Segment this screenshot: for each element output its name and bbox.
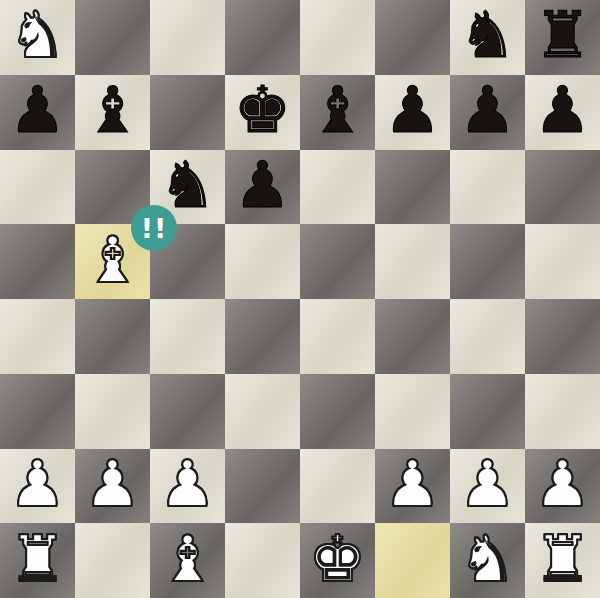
square-e3[interactable] [300, 374, 375, 449]
piece-black-knight[interactable]: ♞ [459, 3, 516, 67]
square-a7[interactable]: ♟ [0, 75, 75, 150]
square-c4[interactable] [150, 299, 225, 374]
square-g5[interactable] [450, 224, 525, 299]
square-f7[interactable]: ♟ [375, 75, 450, 150]
piece-white-king[interactable]: ♚ [309, 527, 366, 591]
square-f2[interactable]: ♟ [375, 449, 450, 524]
square-h3[interactable] [525, 374, 600, 449]
square-f6[interactable] [375, 150, 450, 225]
piece-black-pawn[interactable]: ♟ [459, 78, 516, 142]
square-f1[interactable] [375, 523, 450, 598]
piece-white-pawn[interactable]: ♟ [384, 452, 441, 516]
square-f5[interactable] [375, 224, 450, 299]
square-d6[interactable]: ♟ [225, 150, 300, 225]
square-h2[interactable]: ♟ [525, 449, 600, 524]
piece-white-pawn[interactable]: ♟ [159, 452, 216, 516]
piece-white-knight[interactable]: ♞ [459, 527, 516, 591]
square-c2[interactable]: ♟ [150, 449, 225, 524]
square-d1[interactable] [225, 523, 300, 598]
square-d7[interactable]: ♚ [225, 75, 300, 150]
chess-board-wrap: ♞♞♜♟♝♚♝♟♟♟♞♟♝♟♟♟♟♟♟♜♝♚♞♜ !! [0, 0, 600, 598]
square-c1[interactable]: ♝ [150, 523, 225, 598]
square-g1[interactable]: ♞ [450, 523, 525, 598]
piece-white-pawn[interactable]: ♟ [459, 452, 516, 516]
square-b4[interactable] [75, 299, 150, 374]
piece-white-rook[interactable]: ♜ [9, 527, 66, 591]
square-g8[interactable]: ♞ [450, 0, 525, 75]
square-h1[interactable]: ♜ [525, 523, 600, 598]
square-d5[interactable] [225, 224, 300, 299]
square-g2[interactable]: ♟ [450, 449, 525, 524]
piece-white-knight[interactable]: ♞ [9, 3, 66, 67]
piece-white-bishop[interactable]: ♝ [159, 527, 216, 591]
square-g6[interactable] [450, 150, 525, 225]
square-a4[interactable] [0, 299, 75, 374]
square-c3[interactable] [150, 374, 225, 449]
square-h7[interactable]: ♟ [525, 75, 600, 150]
piece-white-pawn[interactable]: ♟ [84, 452, 141, 516]
square-b7[interactable]: ♝ [75, 75, 150, 150]
piece-black-knight[interactable]: ♞ [159, 153, 216, 217]
square-b8[interactable] [75, 0, 150, 75]
square-a3[interactable] [0, 374, 75, 449]
brilliant-move-badge: !! [131, 205, 177, 251]
square-e2[interactable] [300, 449, 375, 524]
piece-black-king[interactable]: ♚ [234, 78, 291, 142]
piece-black-bishop[interactable]: ♝ [84, 78, 141, 142]
piece-black-rook[interactable]: ♜ [534, 3, 591, 67]
piece-black-pawn[interactable]: ♟ [234, 153, 291, 217]
chess-board: ♞♞♜♟♝♚♝♟♟♟♞♟♝♟♟♟♟♟♟♜♝♚♞♜ [0, 0, 600, 598]
square-c8[interactable] [150, 0, 225, 75]
square-h6[interactable] [525, 150, 600, 225]
square-e1[interactable]: ♚ [300, 523, 375, 598]
square-a6[interactable] [0, 150, 75, 225]
square-d3[interactable] [225, 374, 300, 449]
square-g4[interactable] [450, 299, 525, 374]
piece-black-pawn[interactable]: ♟ [384, 78, 441, 142]
square-a5[interactable] [0, 224, 75, 299]
square-d2[interactable] [225, 449, 300, 524]
square-a2[interactable]: ♟ [0, 449, 75, 524]
piece-white-pawn[interactable]: ♟ [534, 452, 591, 516]
square-e7[interactable]: ♝ [300, 75, 375, 150]
square-h8[interactable]: ♜ [525, 0, 600, 75]
square-b2[interactable]: ♟ [75, 449, 150, 524]
square-g7[interactable]: ♟ [450, 75, 525, 150]
square-h4[interactable] [525, 299, 600, 374]
piece-white-rook[interactable]: ♜ [534, 527, 591, 591]
square-e6[interactable] [300, 150, 375, 225]
square-d4[interactable] [225, 299, 300, 374]
square-f8[interactable] [375, 0, 450, 75]
piece-black-pawn[interactable]: ♟ [534, 78, 591, 142]
square-b3[interactable] [75, 374, 150, 449]
square-g3[interactable] [450, 374, 525, 449]
square-e8[interactable] [300, 0, 375, 75]
square-d8[interactable] [225, 0, 300, 75]
square-f3[interactable] [375, 374, 450, 449]
square-a1[interactable]: ♜ [0, 523, 75, 598]
square-b1[interactable] [75, 523, 150, 598]
square-h5[interactable] [525, 224, 600, 299]
square-e4[interactable] [300, 299, 375, 374]
square-f4[interactable] [375, 299, 450, 374]
square-e5[interactable] [300, 224, 375, 299]
piece-black-pawn[interactable]: ♟ [9, 78, 66, 142]
piece-black-bishop[interactable]: ♝ [309, 78, 366, 142]
square-c7[interactable] [150, 75, 225, 150]
piece-white-pawn[interactable]: ♟ [9, 452, 66, 516]
square-a8[interactable]: ♞ [0, 0, 75, 75]
